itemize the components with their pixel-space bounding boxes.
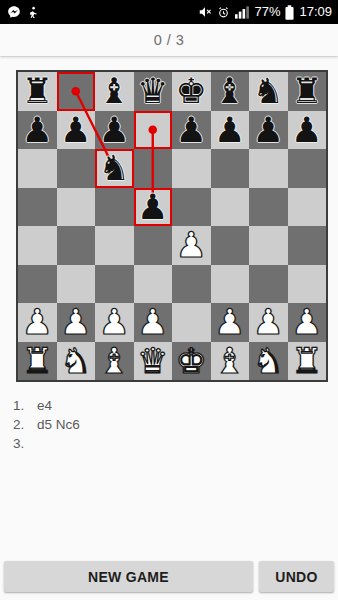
square-f7[interactable]: ♟ [211, 111, 250, 150]
piece-white-pawn: ♟ [137, 303, 168, 342]
piece-white-pawn: ♟ [253, 303, 284, 342]
square-g2[interactable]: ♟ [249, 303, 288, 342]
piece-white-pawn: ♟ [176, 226, 207, 265]
piece-black-pawn: ♟ [253, 111, 284, 150]
square-f1[interactable]: ♝ [211, 342, 250, 381]
piece-black-rook: ♜ [22, 72, 53, 111]
square-c2[interactable]: ♟ [95, 303, 134, 342]
square-d5[interactable]: ♟ [134, 188, 173, 227]
chess-board[interactable]: ♜♝♛♚♝♞♜♟♟♟♟♟♟♟♞♟♟♟♟♟♟♟♟♟♜♞♝♛♚♝♞♜ [16, 70, 328, 382]
square-a2[interactable]: ♟ [18, 303, 57, 342]
piece-black-pawn: ♟ [60, 111, 91, 150]
square-b2[interactable]: ♟ [57, 303, 96, 342]
piece-white-queen: ♛ [137, 342, 168, 381]
piece-white-rook: ♜ [291, 342, 322, 381]
square-g3[interactable] [249, 265, 288, 304]
piece-black-pawn: ♟ [176, 111, 207, 150]
square-g5[interactable] [249, 188, 288, 227]
square-a7[interactable]: ♟ [18, 111, 57, 150]
square-e5[interactable] [172, 188, 211, 227]
square-f6[interactable] [211, 149, 250, 188]
square-c1[interactable]: ♝ [95, 342, 134, 381]
square-a4[interactable] [18, 226, 57, 265]
piece-black-queen: ♛ [137, 72, 168, 111]
square-g7[interactable]: ♟ [249, 111, 288, 150]
piece-black-bishop: ♝ [214, 72, 245, 111]
app-screen: 77% 17:09 0 / 3 ♜♝♛♚♝♞♜♟♟♟♟♟♟♟♞♟♟♟♟♟♟♟♟♟… [0, 0, 338, 600]
piece-white-knight: ♞ [253, 342, 284, 381]
square-c5[interactable] [95, 188, 134, 227]
piece-black-rook: ♜ [291, 72, 322, 111]
square-f2[interactable]: ♟ [211, 303, 250, 342]
square-h4[interactable] [288, 226, 327, 265]
square-g1[interactable]: ♞ [249, 342, 288, 381]
square-e1[interactable]: ♚ [172, 342, 211, 381]
square-d8[interactable]: ♛ [134, 72, 173, 111]
piece-black-knight: ♞ [99, 149, 130, 188]
piece-black-pawn: ♟ [137, 188, 168, 227]
move-text: d5 Nc6 [37, 417, 80, 432]
square-e7[interactable]: ♟ [172, 111, 211, 150]
square-a8[interactable]: ♜ [18, 72, 57, 111]
move-number: 2. [13, 417, 30, 432]
square-e3[interactable] [172, 265, 211, 304]
square-b4[interactable] [57, 226, 96, 265]
square-a6[interactable] [18, 149, 57, 188]
square-b1[interactable]: ♞ [57, 342, 96, 381]
piece-black-pawn: ♟ [291, 111, 322, 150]
status-left [7, 5, 39, 19]
battery-icon [285, 5, 294, 20]
move-number: 1. [13, 398, 30, 413]
piece-white-bishop: ♝ [99, 342, 130, 381]
square-g4[interactable] [249, 226, 288, 265]
piece-white-pawn: ♟ [214, 303, 245, 342]
piece-white-king: ♚ [176, 342, 207, 381]
square-d7[interactable] [134, 111, 173, 150]
square-f8[interactable]: ♝ [211, 72, 250, 111]
piece-white-knight: ♞ [60, 342, 91, 381]
square-b5[interactable] [57, 188, 96, 227]
square-g6[interactable] [249, 149, 288, 188]
move-text: e4 [37, 398, 52, 413]
square-a1[interactable]: ♜ [18, 342, 57, 381]
square-e4[interactable]: ♟ [172, 226, 211, 265]
status-right: 77% 17:09 [198, 0, 332, 24]
piece-black-pawn: ♟ [214, 111, 245, 150]
piece-black-bishop: ♝ [99, 72, 130, 111]
square-e6[interactable] [172, 149, 211, 188]
piece-black-knight: ♞ [253, 72, 284, 111]
move-row-2: 2. d5 Nc6 [13, 415, 213, 434]
square-c6[interactable]: ♞ [95, 149, 134, 188]
alarm-clock-icon [217, 6, 230, 19]
square-d3[interactable] [134, 265, 173, 304]
square-e2[interactable] [172, 303, 211, 342]
square-h3[interactable] [288, 265, 327, 304]
square-d1[interactable]: ♛ [134, 342, 173, 381]
move-list: 1. e4 2. d5 Nc6 3. [13, 396, 213, 453]
piece-black-pawn: ♟ [22, 111, 53, 150]
piece-white-bishop: ♝ [214, 342, 245, 381]
square-a3[interactable] [18, 265, 57, 304]
piece-white-rook: ♜ [22, 342, 53, 381]
square-f4[interactable] [211, 226, 250, 265]
battery-percent-label: 77% [254, 0, 280, 24]
square-h8[interactable]: ♜ [288, 72, 327, 111]
square-h7[interactable]: ♟ [288, 111, 327, 150]
square-e8[interactable]: ♚ [172, 72, 211, 111]
puzzle-progress-label: 0 / 3 [154, 32, 185, 48]
square-f5[interactable] [211, 188, 250, 227]
square-h5[interactable] [288, 188, 327, 227]
cell-signal-icon [235, 6, 249, 19]
square-c8[interactable]: ♝ [95, 72, 134, 111]
square-d6[interactable] [134, 149, 173, 188]
piece-white-pawn: ♟ [60, 303, 91, 342]
square-c7[interactable]: ♟ [95, 111, 134, 150]
square-b8[interactable] [57, 72, 96, 111]
square-b6[interactable] [57, 149, 96, 188]
piece-white-pawn: ♟ [99, 303, 130, 342]
square-c3[interactable] [95, 265, 134, 304]
square-c4[interactable] [95, 226, 134, 265]
square-b3[interactable] [57, 265, 96, 304]
toolbar: 0 / 3 [0, 24, 338, 56]
volume-muted-icon [198, 5, 212, 19]
square-h1[interactable]: ♜ [288, 342, 327, 381]
new-game-button[interactable]: NEW GAME [4, 561, 253, 592]
runner-notification-icon [26, 6, 39, 19]
piece-white-pawn: ♟ [291, 303, 322, 342]
piece-white-pawn: ♟ [22, 303, 53, 342]
square-f3[interactable] [211, 265, 250, 304]
square-h6[interactable] [288, 149, 327, 188]
move-number: 3. [13, 436, 30, 451]
messenger-notification-icon [7, 5, 21, 19]
square-b7[interactable]: ♟ [57, 111, 96, 150]
undo-button[interactable]: UNDO [259, 561, 334, 592]
square-a5[interactable] [18, 188, 57, 227]
square-g8[interactable]: ♞ [249, 72, 288, 111]
piece-black-king: ♚ [176, 72, 207, 111]
piece-black-pawn: ♟ [99, 111, 130, 150]
square-h2[interactable]: ♟ [288, 303, 327, 342]
status-bar: 77% 17:09 [0, 0, 338, 24]
square-d2[interactable]: ♟ [134, 303, 173, 342]
square-d4[interactable] [134, 226, 173, 265]
move-row-3: 3. [13, 434, 213, 453]
move-row-1: 1. e4 [13, 396, 213, 415]
clock-label: 17:09 [299, 0, 332, 24]
